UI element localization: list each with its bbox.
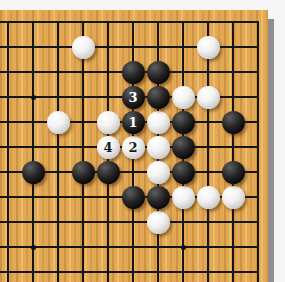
stone-black-S15[interactable] [222,111,245,134]
stone-white-P13[interactable] [147,161,170,184]
grid-line-vertical [82,21,84,282]
hoshi-Q10 [181,245,186,250]
go-diagram: 4231 [0,0,285,282]
stone-white-N15[interactable] [97,111,120,134]
stone-white-L15[interactable] [47,111,70,134]
stone-white-P15[interactable] [147,111,170,134]
stone-black-Q15[interactable] [172,111,195,134]
grid-line-vertical [207,21,209,282]
stone-black-O12[interactable] [122,186,145,209]
stone-black-Q13[interactable] [172,161,195,184]
stone-white-Q16[interactable] [172,86,195,109]
stone-white-M18[interactable] [72,36,95,59]
move-number-label: 1 [128,116,137,129]
grid-line-horizontal [0,271,259,273]
stone-black-P17[interactable] [147,61,170,84]
grid-line-horizontal [0,46,259,48]
stone-black-M13[interactable] [72,161,95,184]
grid-line-vertical [7,21,9,282]
stone-black-O17[interactable] [122,61,145,84]
stone-white-R12[interactable] [197,186,220,209]
board-shadow [267,19,274,282]
stone-black-P16[interactable] [147,86,170,109]
stone-white-S12[interactable] [222,186,245,209]
stone-white-P11[interactable] [147,211,170,234]
stone-white-P14[interactable] [147,136,170,159]
board-edge-line-right [257,21,259,282]
move-number-label: 4 [103,141,112,154]
stone-black-S13[interactable] [222,161,245,184]
stone-black-N13[interactable] [97,161,120,184]
stone-black-O16[interactable]: 3 [122,86,145,109]
stone-white-O14[interactable]: 2 [122,136,145,159]
stone-white-R16[interactable] [197,86,220,109]
grid-line-horizontal [0,246,259,248]
move-number-label: 3 [128,91,137,104]
grid-line-vertical [32,21,34,282]
hoshi-K16 [31,95,36,100]
move-number-label: 2 [128,141,137,154]
stone-black-K13[interactable] [22,161,45,184]
stone-black-O15[interactable]: 1 [122,111,145,134]
go-board[interactable]: 4231 [0,10,268,282]
hoshi-K10 [31,245,36,250]
stone-white-Q12[interactable] [172,186,195,209]
grid-line-vertical [57,21,59,282]
stone-white-N14[interactable]: 4 [97,136,120,159]
stone-black-P12[interactable] [147,186,170,209]
board-edge-line-top [0,21,259,23]
stone-black-Q14[interactable] [172,136,195,159]
grid-line-vertical [232,21,234,282]
grid-line-horizontal [0,221,259,223]
stone-white-R18[interactable] [197,36,220,59]
